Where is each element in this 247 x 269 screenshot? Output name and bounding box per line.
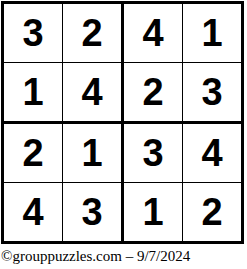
cell-r3c4[interactable]: 4 <box>183 124 241 183</box>
cell-r1c1[interactable]: 3 <box>4 4 63 63</box>
sudoku-board: 3 2 4 1 1 4 2 3 2 1 3 4 4 3 1 2 <box>1 1 244 244</box>
puzzle-page: 3 2 4 1 1 4 2 3 2 1 3 4 4 3 1 2 ©grouppu… <box>0 0 247 269</box>
cell-r3c3[interactable]: 3 <box>124 124 183 183</box>
cell-r2c3[interactable]: 2 <box>124 63 183 124</box>
cell-r4c1[interactable]: 4 <box>4 183 63 241</box>
cell-r4c2[interactable]: 3 <box>63 183 124 241</box>
cell-r3c1[interactable]: 2 <box>4 124 63 183</box>
cell-r2c1[interactable]: 1 <box>4 63 63 124</box>
cell-r2c2[interactable]: 4 <box>63 63 124 124</box>
cell-r4c3[interactable]: 1 <box>124 183 183 241</box>
cell-r2c4[interactable]: 3 <box>183 63 241 124</box>
cell-r1c4[interactable]: 1 <box>183 4 241 63</box>
cell-r1c3[interactable]: 4 <box>124 4 183 63</box>
cell-r1c2[interactable]: 2 <box>63 4 124 63</box>
cell-r4c4[interactable]: 2 <box>183 183 241 241</box>
copyright-credit: ©grouppuzzles.com – 9/7/2024 <box>1 248 190 265</box>
cell-r3c2[interactable]: 1 <box>63 124 124 183</box>
